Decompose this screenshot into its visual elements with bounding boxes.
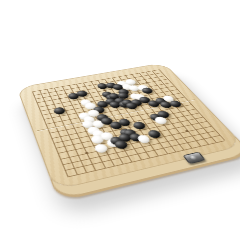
metal-clasp bbox=[183, 152, 206, 165]
go-board bbox=[17, 63, 240, 191]
product-photo bbox=[0, 0, 240, 240]
board-scene bbox=[0, 0, 240, 240]
